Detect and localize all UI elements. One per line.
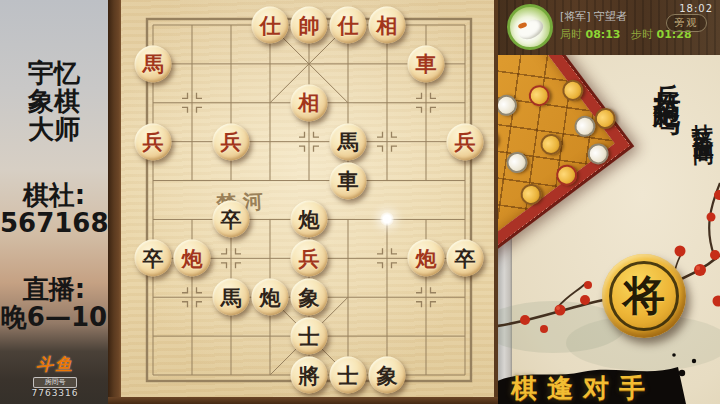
player-name: [将军] 守望者 xyxy=(560,9,627,24)
black-piece-將[interactable]: 將 xyxy=(291,357,328,394)
streamer-title-line1: 宇忆 xyxy=(0,59,108,87)
red-piece-相[interactable]: 相 xyxy=(369,7,406,44)
move-hint-dot[interactable] xyxy=(380,212,394,226)
black-piece-炮[interactable]: 炮 xyxy=(252,279,289,316)
chess-club-info: 棋社: 567168 xyxy=(0,181,108,237)
board-frame-left xyxy=(108,0,121,404)
opponent-info-bar: [将军] 守望者 局时 08:13 步时 01:28 18:02 旁观 xyxy=(498,0,720,55)
player-avatar[interactable] xyxy=(507,4,553,50)
wall-clock: 18:02 xyxy=(679,3,713,14)
black-piece-卒[interactable]: 卒 xyxy=(213,201,250,238)
black-piece-象[interactable]: 象 xyxy=(291,279,328,316)
room-label: 房间号 xyxy=(33,377,77,388)
douyu-watermark: 斗鱼 房间号 7763316 xyxy=(20,353,90,398)
black-piece-馬[interactable]: 馬 xyxy=(330,123,367,160)
right-panel: [将军] 守望者 局时 08:13 步时 01:28 18:02 旁观 xyxy=(498,0,720,404)
red-piece-炮[interactable]: 炮 xyxy=(174,240,211,277)
black-piece-卒[interactable]: 卒 xyxy=(447,240,484,277)
avatar-bird-icon xyxy=(516,16,547,43)
step-time-label: 步时 xyxy=(631,28,653,41)
streamer-title-line2: 象棋 xyxy=(0,87,108,115)
black-piece-象[interactable]: 象 xyxy=(369,357,406,394)
streamer-sidebar: 宇忆 象棋 大师 棋社: 567168 直播: 晚6—10 斗鱼 房间号 776… xyxy=(0,0,108,404)
slogan-banner: 棋逢对手 xyxy=(504,371,662,404)
streamer-title: 宇忆 象棋 大师 xyxy=(0,59,108,143)
red-piece-兵[interactable]: 兵 xyxy=(291,240,328,277)
red-piece-兵[interactable]: 兵 xyxy=(135,123,172,160)
red-piece-兵[interactable]: 兵 xyxy=(213,123,250,160)
red-piece-仕[interactable]: 仕 xyxy=(330,7,367,44)
game-time-value: 08:13 xyxy=(586,28,621,41)
red-piece-炮[interactable]: 炮 xyxy=(408,240,445,277)
decorative-panel: 兵挺炮鸣 技艺盖世间 将 棋逢对手 xyxy=(498,55,720,404)
black-piece-馬[interactable]: 馬 xyxy=(213,279,250,316)
douyu-logo: 斗鱼 xyxy=(20,353,90,376)
live-schedule: 晚6—10 xyxy=(0,303,108,331)
red-piece-帥[interactable]: 帥 xyxy=(291,7,328,44)
red-piece-相[interactable]: 相 xyxy=(291,84,328,121)
live-label: 直播: xyxy=(0,275,108,303)
club-number: 567168 xyxy=(0,209,108,237)
live-schedule-info: 直播: 晚6—10 xyxy=(0,275,108,331)
streamer-title-line3: 大师 xyxy=(0,115,108,143)
stream-screenshot: 楚河 漢界 仕帥仕相馬車相兵兵馬兵車卒炮卒炮兵炮卒馬炮象士將士象 宇忆 象棋 大… xyxy=(0,0,720,404)
red-piece-車[interactable]: 車 xyxy=(408,45,445,82)
red-piece-仕[interactable]: 仕 xyxy=(252,7,289,44)
ink-splash xyxy=(498,55,720,404)
spectate-button[interactable]: 旁观 xyxy=(666,14,707,32)
black-piece-士[interactable]: 士 xyxy=(291,318,328,355)
black-piece-車[interactable]: 車 xyxy=(330,162,367,199)
black-piece-士[interactable]: 士 xyxy=(330,357,367,394)
game-time-label: 局时 xyxy=(560,28,582,41)
room-number: 7763316 xyxy=(20,388,90,398)
red-piece-兵[interactable]: 兵 xyxy=(447,123,484,160)
black-piece-卒[interactable]: 卒 xyxy=(135,240,172,277)
club-label: 棋社: xyxy=(0,181,108,209)
board-frame-bottom xyxy=(108,397,498,404)
black-piece-炮[interactable]: 炮 xyxy=(291,201,328,238)
red-piece-馬[interactable]: 馬 xyxy=(135,45,172,82)
